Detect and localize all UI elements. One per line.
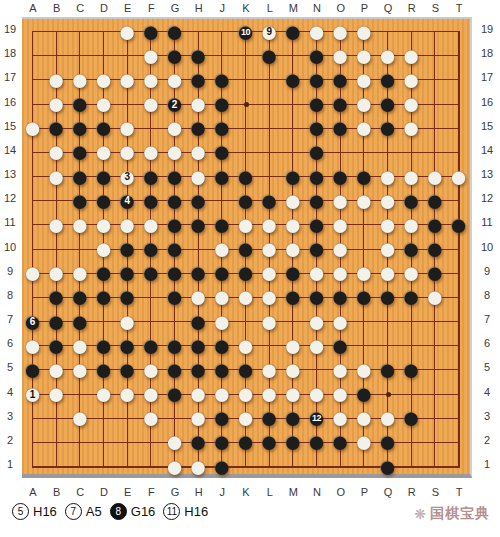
row-label-right-19: 19 xyxy=(478,23,496,35)
col-label-bottom-D: D xyxy=(95,486,113,498)
stone-glyph: ● xyxy=(68,406,92,430)
stone-glyph: ● xyxy=(44,382,68,406)
row-label-left-19: 19 xyxy=(1,23,19,35)
col-label-bottom-G: G xyxy=(166,486,184,498)
stone-glyph: ● xyxy=(399,285,423,309)
stone-glyph: ● xyxy=(44,213,68,237)
stone-glyph: ● xyxy=(139,92,163,116)
col-label-bottom-R: R xyxy=(403,486,421,498)
stone-glyph: ● xyxy=(163,382,187,406)
black-stone-J1[interactable]: ● xyxy=(210,455,234,479)
stone-glyph: ● xyxy=(352,189,376,213)
white-stone-B13[interactable]: ● xyxy=(44,165,68,189)
stone-glyph: ● xyxy=(139,406,163,430)
col-label-bottom-L: L xyxy=(261,486,279,498)
stone-glyph: ● xyxy=(115,382,139,406)
go-diagram: ●●●●10●9●●●●●●●●●●●●●●●●●●●●●●●●●●●●●●●●… xyxy=(0,0,500,537)
white-stone-C5[interactable]: ● xyxy=(68,358,92,382)
white-stone-H1[interactable]: ● xyxy=(186,455,210,479)
white-stone-G1[interactable]: ● xyxy=(163,455,187,479)
col-label-top-D: D xyxy=(95,2,113,14)
row-label-right-2: 2 xyxy=(478,434,496,446)
black-stone-K2[interactable]: ● xyxy=(234,430,258,454)
caption-move-11: 11 xyxy=(163,503,180,520)
go-board[interactable]: ●●●●10●9●●●●●●●●●●●●●●●●●●●●●●●●●●●●●●●●… xyxy=(22,17,472,478)
col-label-bottom-B: B xyxy=(48,486,66,498)
row-label-left-2: 2 xyxy=(1,434,19,446)
stone-glyph: ● xyxy=(352,285,376,309)
stone-glyph: ● xyxy=(305,334,329,358)
stone-glyph: ● xyxy=(305,430,329,454)
row-label-left-6: 6 xyxy=(1,337,19,349)
row-label-left-18: 18 xyxy=(1,47,19,59)
stone-glyph: ● xyxy=(115,20,139,44)
col-label-bottom-S: S xyxy=(426,486,444,498)
white-stone-D4[interactable]: ● xyxy=(92,382,116,406)
stone-glyph: ● xyxy=(281,430,305,454)
stone-glyph: ● xyxy=(186,213,210,237)
col-label-bottom-J: J xyxy=(213,486,231,498)
stone-glyph: ● xyxy=(257,430,281,454)
stone-glyph: ● xyxy=(352,116,376,140)
watermark-text: 国棋宝典 xyxy=(430,505,490,523)
col-label-bottom-O: O xyxy=(332,486,350,498)
row-label-left-11: 11 xyxy=(1,216,19,228)
row-label-right-11: 11 xyxy=(478,216,496,228)
col-label-top-O: O xyxy=(332,2,350,14)
black-stone-T11[interactable]: ● xyxy=(447,213,471,237)
row-label-left-5: 5 xyxy=(1,361,19,373)
col-label-top-P: P xyxy=(355,2,373,14)
stone-glyph: ● xyxy=(92,285,116,309)
row-label-right-9: 9 xyxy=(478,265,496,277)
row-label-right-4: 4 xyxy=(478,386,496,398)
stone-glyph: ● xyxy=(163,455,187,479)
row-label-right-3: 3 xyxy=(478,410,496,422)
stone-glyph: ● xyxy=(44,165,68,189)
row-label-right-15: 15 xyxy=(478,120,496,132)
col-label-top-C: C xyxy=(71,2,89,14)
row-label-right-12: 12 xyxy=(478,192,496,204)
stone-glyph: ● xyxy=(399,406,423,430)
row-label-right-7: 7 xyxy=(478,313,496,325)
stone-glyph: ● xyxy=(281,285,305,309)
black-stone-K19[interactable]: ●10 xyxy=(234,20,258,44)
black-stone-Q5[interactable]: ● xyxy=(376,358,400,382)
black-stone-G8[interactable]: ● xyxy=(163,285,187,309)
white-stone-L7[interactable]: ● xyxy=(257,310,281,334)
caption-point: G16 xyxy=(131,504,156,519)
col-label-top-B: B xyxy=(48,2,66,14)
col-label-top-N: N xyxy=(308,2,326,14)
row-label-left-7: 7 xyxy=(1,313,19,325)
row-label-left-14: 14 xyxy=(1,144,19,156)
black-stone-M8[interactable]: ● xyxy=(281,285,305,309)
caption-point: H16 xyxy=(33,504,57,519)
row-label-left-10: 10 xyxy=(1,241,19,253)
row-label-right-10: 10 xyxy=(478,241,496,253)
white-stone-A15[interactable]: ● xyxy=(21,116,45,140)
caption-point: A5 xyxy=(86,504,102,519)
stone-glyph: ● xyxy=(257,310,281,334)
white-stone-K8[interactable]: ● xyxy=(234,285,258,309)
col-label-bottom-N: N xyxy=(308,486,326,498)
row-label-left-1: 1 xyxy=(1,458,19,470)
col-label-top-F: F xyxy=(142,2,160,14)
black-stone-R8[interactable]: ● xyxy=(399,285,423,309)
black-stone-L18[interactable]: ● xyxy=(257,44,281,68)
col-label-bottom-M: M xyxy=(284,486,302,498)
col-label-top-A: A xyxy=(24,2,42,14)
col-label-top-R: R xyxy=(403,2,421,14)
stone-glyph: ● xyxy=(399,358,423,382)
col-label-top-G: G xyxy=(166,2,184,14)
white-stone-R15[interactable]: ● xyxy=(399,116,423,140)
black-stone-O15[interactable]: ● xyxy=(328,116,352,140)
stone-glyph: ● xyxy=(281,68,305,92)
white-stone-F3[interactable]: ● xyxy=(139,406,163,430)
stone-glyph: ● xyxy=(328,430,352,454)
hoshi-point xyxy=(386,392,391,397)
col-label-top-Q: Q xyxy=(379,2,397,14)
stone-glyph: ● xyxy=(68,213,92,237)
col-label-top-J: J xyxy=(213,2,231,14)
row-label-right-1: 1 xyxy=(478,458,496,470)
stone-glyph: ● xyxy=(234,285,258,309)
black-stone-H11[interactable]: ● xyxy=(186,213,210,237)
watermark-logo-icon: ❋ xyxy=(414,506,426,522)
stone-glyph: ● xyxy=(376,455,400,479)
row-label-right-14: 14 xyxy=(478,144,496,156)
row-label-right-18: 18 xyxy=(478,47,496,59)
move-number: 10 xyxy=(234,20,258,44)
black-stone-R3[interactable]: ● xyxy=(399,406,423,430)
row-label-right-13: 13 xyxy=(478,168,496,180)
row-label-left-13: 13 xyxy=(1,168,19,180)
col-label-top-T: T xyxy=(450,2,468,14)
white-stone-E4[interactable]: ● xyxy=(115,382,139,406)
col-label-bottom-T: T xyxy=(450,486,468,498)
col-label-bottom-F: F xyxy=(142,486,160,498)
stone-glyph: ● xyxy=(376,285,400,309)
stone-glyph: ● xyxy=(210,455,234,479)
row-label-left-9: 9 xyxy=(1,265,19,277)
black-stone-P8[interactable]: ● xyxy=(352,285,376,309)
row-label-right-5: 5 xyxy=(478,361,496,373)
row-label-right-8: 8 xyxy=(478,289,496,301)
row-label-left-4: 4 xyxy=(1,386,19,398)
watermark: ❋ 国棋宝典 xyxy=(414,505,490,523)
caption-move-8: 8 xyxy=(110,503,127,520)
row-label-left-16: 16 xyxy=(1,96,19,108)
stone-glyph: ● xyxy=(186,455,210,479)
stone-glyph: ● xyxy=(376,358,400,382)
col-label-bottom-E: E xyxy=(119,486,137,498)
white-stone-C3[interactable]: ● xyxy=(68,406,92,430)
white-stone-P12[interactable]: ● xyxy=(352,189,376,213)
white-stone-T13[interactable]: ● xyxy=(447,165,471,189)
stone-glyph: ● xyxy=(210,165,234,189)
black-stone-M2[interactable]: ● xyxy=(281,430,305,454)
black-stone-Q8[interactable]: ● xyxy=(376,285,400,309)
col-label-bottom-P: P xyxy=(355,486,373,498)
white-stone-A9[interactable]: ● xyxy=(21,261,45,285)
white-stone-S8[interactable]: ● xyxy=(423,285,447,309)
white-stone-A4[interactable]: ●1 xyxy=(21,382,45,406)
stone-glyph: ● xyxy=(447,213,471,237)
row-label-right-17: 17 xyxy=(478,71,496,83)
move-caption: 5H167A58G1611H16 xyxy=(12,503,212,520)
stone-glyph: ● xyxy=(139,261,163,285)
stone-glyph: ● xyxy=(21,261,45,285)
white-stone-P2[interactable]: ● xyxy=(352,430,376,454)
white-stone-F16[interactable]: ● xyxy=(139,92,163,116)
col-label-bottom-A: A xyxy=(24,486,42,498)
white-stone-B11[interactable]: ● xyxy=(44,213,68,237)
stone-glyph: ● xyxy=(423,285,447,309)
black-stone-L2[interactable]: ● xyxy=(257,430,281,454)
col-label-top-S: S xyxy=(426,2,444,14)
black-stone-O2[interactable]: ● xyxy=(328,430,352,454)
col-label-bottom-K: K xyxy=(237,486,255,498)
caption-move-5: 5 xyxy=(12,503,29,520)
black-stone-G4[interactable]: ● xyxy=(163,382,187,406)
row-label-left-3: 3 xyxy=(1,410,19,422)
row-label-right-6: 6 xyxy=(478,337,496,349)
stone-glyph: ● xyxy=(447,165,471,189)
black-stone-Q15[interactable]: ● xyxy=(376,116,400,140)
black-stone-D8[interactable]: ● xyxy=(92,285,116,309)
black-stone-J13[interactable]: ● xyxy=(210,165,234,189)
stone-glyph: ● xyxy=(328,116,352,140)
stone-glyph: ● xyxy=(399,116,423,140)
row-label-left-8: 8 xyxy=(1,289,19,301)
black-stone-M19[interactable]: ● xyxy=(281,20,305,44)
move-number: 1 xyxy=(21,382,45,406)
stone-glyph: ● xyxy=(115,68,139,92)
stone-glyph: ● xyxy=(376,116,400,140)
black-stone-R5[interactable]: ● xyxy=(399,358,423,382)
white-stone-N6[interactable]: ● xyxy=(305,334,329,358)
black-stone-M17[interactable]: ● xyxy=(281,68,305,92)
col-label-top-M: M xyxy=(284,2,302,14)
col-label-top-K: K xyxy=(237,2,255,14)
col-label-top-L: L xyxy=(261,2,279,14)
stone-glyph: ● xyxy=(68,358,92,382)
white-stone-E17[interactable]: ● xyxy=(115,68,139,92)
col-label-bottom-H: H xyxy=(190,486,208,498)
stone-glyph: ● xyxy=(163,285,187,309)
stone-glyph: ● xyxy=(281,20,305,44)
black-stone-N2[interactable]: ● xyxy=(305,430,329,454)
row-label-left-15: 15 xyxy=(1,120,19,132)
col-label-top-H: H xyxy=(190,2,208,14)
stone-glyph: ● xyxy=(352,430,376,454)
black-stone-Q1[interactable]: ● xyxy=(376,455,400,479)
white-stone-C11[interactable]: ● xyxy=(68,213,92,237)
col-label-top-E: E xyxy=(119,2,137,14)
row-label-left-12: 12 xyxy=(1,192,19,204)
col-label-bottom-Q: Q xyxy=(379,486,397,498)
row-label-right-16: 16 xyxy=(478,96,496,108)
caption-move-7: 7 xyxy=(65,503,82,520)
stone-glyph: ● xyxy=(257,44,281,68)
black-stone-F9[interactable]: ● xyxy=(139,261,163,285)
stone-glyph: ● xyxy=(234,430,258,454)
row-label-left-17: 17 xyxy=(1,71,19,83)
white-stone-B4[interactable]: ● xyxy=(44,382,68,406)
stone-glyph: ● xyxy=(92,382,116,406)
white-stone-P15[interactable]: ● xyxy=(352,116,376,140)
white-stone-E19[interactable]: ● xyxy=(115,20,139,44)
hoshi-point xyxy=(244,102,249,107)
col-label-bottom-C: C xyxy=(71,486,89,498)
caption-point: H16 xyxy=(184,504,208,519)
stone-glyph: ● xyxy=(21,116,45,140)
